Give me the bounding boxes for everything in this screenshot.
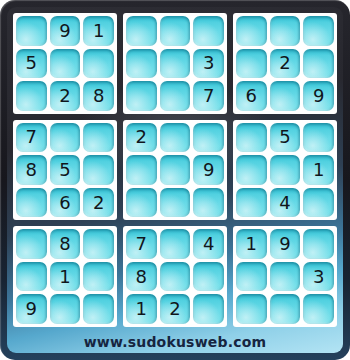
- box-3: 269: [233, 13, 337, 114]
- cell-r9c6[interactable]: [193, 294, 224, 324]
- box-2: 37: [123, 13, 227, 114]
- cell-r8c3[interactable]: [83, 262, 114, 292]
- cell-r6c6[interactable]: [193, 188, 224, 218]
- cell-r4c1[interactable]: 7: [16, 123, 47, 153]
- sudoku-board: 9152837269785622951481974812193 www.sudo…: [0, 0, 350, 360]
- cell-r2c4[interactable]: [126, 49, 157, 79]
- cell-r9c5[interactable]: 2: [160, 294, 191, 324]
- cell-r6c7[interactable]: [236, 188, 267, 218]
- cell-r4c5[interactable]: [160, 123, 191, 153]
- cell-r4c8[interactable]: 5: [270, 123, 301, 153]
- cell-r7c3[interactable]: [83, 229, 114, 259]
- cell-r6c4[interactable]: [126, 188, 157, 218]
- cell-r4c9[interactable]: [303, 123, 334, 153]
- cell-r2c1[interactable]: 5: [16, 49, 47, 79]
- cell-r4c3[interactable]: [83, 123, 114, 153]
- cell-r9c1[interactable]: 9: [16, 294, 47, 324]
- cell-r8c4[interactable]: 8: [126, 262, 157, 292]
- cell-r5c7[interactable]: [236, 155, 267, 185]
- cell-r2c3[interactable]: [83, 49, 114, 79]
- cell-r1c4[interactable]: [126, 16, 157, 46]
- cell-r9c9[interactable]: [303, 294, 334, 324]
- cell-r5c8[interactable]: [270, 155, 301, 185]
- cell-r3c8[interactable]: [270, 81, 301, 111]
- box-8: 74812: [123, 226, 227, 327]
- cell-r5c1[interactable]: 8: [16, 155, 47, 185]
- cell-r1c7[interactable]: [236, 16, 267, 46]
- cell-r7c9[interactable]: [303, 229, 334, 259]
- cell-r3c1[interactable]: [16, 81, 47, 111]
- cell-r6c5[interactable]: [160, 188, 191, 218]
- box-4: 78562: [13, 120, 117, 221]
- cell-r8c8[interactable]: [270, 262, 301, 292]
- cell-r5c6[interactable]: 9: [193, 155, 224, 185]
- cell-r4c2[interactable]: [50, 123, 81, 153]
- cell-r9c2[interactable]: [50, 294, 81, 324]
- boxes-grid: 9152837269785622951481974812193: [7, 7, 343, 330]
- box-7: 819: [13, 226, 117, 327]
- cell-r7c5[interactable]: [160, 229, 191, 259]
- cell-r2c5[interactable]: [160, 49, 191, 79]
- board-mat: 9152837269785622951481974812193 www.sudo…: [7, 7, 343, 353]
- cell-r2c2[interactable]: [50, 49, 81, 79]
- cell-r2c7[interactable]: [236, 49, 267, 79]
- cell-r2c8[interactable]: 2: [270, 49, 301, 79]
- cell-r5c4[interactable]: [126, 155, 157, 185]
- cell-r4c7[interactable]: [236, 123, 267, 153]
- cell-r8c6[interactable]: [193, 262, 224, 292]
- cell-r7c2[interactable]: 8: [50, 229, 81, 259]
- cell-r5c5[interactable]: [160, 155, 191, 185]
- cell-r9c8[interactable]: [270, 294, 301, 324]
- cell-r4c4[interactable]: 2: [126, 123, 157, 153]
- cell-r5c2[interactable]: 5: [50, 155, 81, 185]
- cell-r9c3[interactable]: [83, 294, 114, 324]
- cell-r3c6[interactable]: 7: [193, 81, 224, 111]
- cell-r8c2[interactable]: 1: [50, 262, 81, 292]
- cell-r3c5[interactable]: [160, 81, 191, 111]
- cell-r7c7[interactable]: 1: [236, 229, 267, 259]
- cell-r6c8[interactable]: 4: [270, 188, 301, 218]
- cell-r3c3[interactable]: 8: [83, 81, 114, 111]
- cell-r1c3[interactable]: 1: [83, 16, 114, 46]
- footer-url[interactable]: www.sudokusweb.com: [7, 330, 343, 353]
- cell-r2c9[interactable]: [303, 49, 334, 79]
- box-6: 514: [233, 120, 337, 221]
- cell-r7c8[interactable]: 9: [270, 229, 301, 259]
- cell-r8c9[interactable]: 3: [303, 262, 334, 292]
- cell-r1c9[interactable]: [303, 16, 334, 46]
- cell-r6c9[interactable]: [303, 188, 334, 218]
- cell-r6c3[interactable]: 2: [83, 188, 114, 218]
- cell-r8c7[interactable]: [236, 262, 267, 292]
- cell-r6c2[interactable]: 6: [50, 188, 81, 218]
- cell-r9c7[interactable]: [236, 294, 267, 324]
- cell-r7c6[interactable]: 4: [193, 229, 224, 259]
- cell-r3c9[interactable]: 9: [303, 81, 334, 111]
- cell-r9c4[interactable]: 1: [126, 294, 157, 324]
- cell-r6c1[interactable]: [16, 188, 47, 218]
- cell-r3c7[interactable]: 6: [236, 81, 267, 111]
- cell-r7c4[interactable]: 7: [126, 229, 157, 259]
- cell-r4c6[interactable]: [193, 123, 224, 153]
- box-1: 91528: [13, 13, 117, 114]
- box-9: 193: [233, 226, 337, 327]
- cell-r5c3[interactable]: [83, 155, 114, 185]
- cell-r1c5[interactable]: [160, 16, 191, 46]
- cell-r8c5[interactable]: [160, 262, 191, 292]
- cell-r5c9[interactable]: 1: [303, 155, 334, 185]
- cell-r2c6[interactable]: 3: [193, 49, 224, 79]
- cell-r7c1[interactable]: [16, 229, 47, 259]
- box-5: 29: [123, 120, 227, 221]
- cell-r8c1[interactable]: [16, 262, 47, 292]
- cell-r1c8[interactable]: [270, 16, 301, 46]
- cell-r3c4[interactable]: [126, 81, 157, 111]
- cell-r1c6[interactable]: [193, 16, 224, 46]
- cell-r1c2[interactable]: 9: [50, 16, 81, 46]
- cell-r3c2[interactable]: 2: [50, 81, 81, 111]
- cell-r1c1[interactable]: [16, 16, 47, 46]
